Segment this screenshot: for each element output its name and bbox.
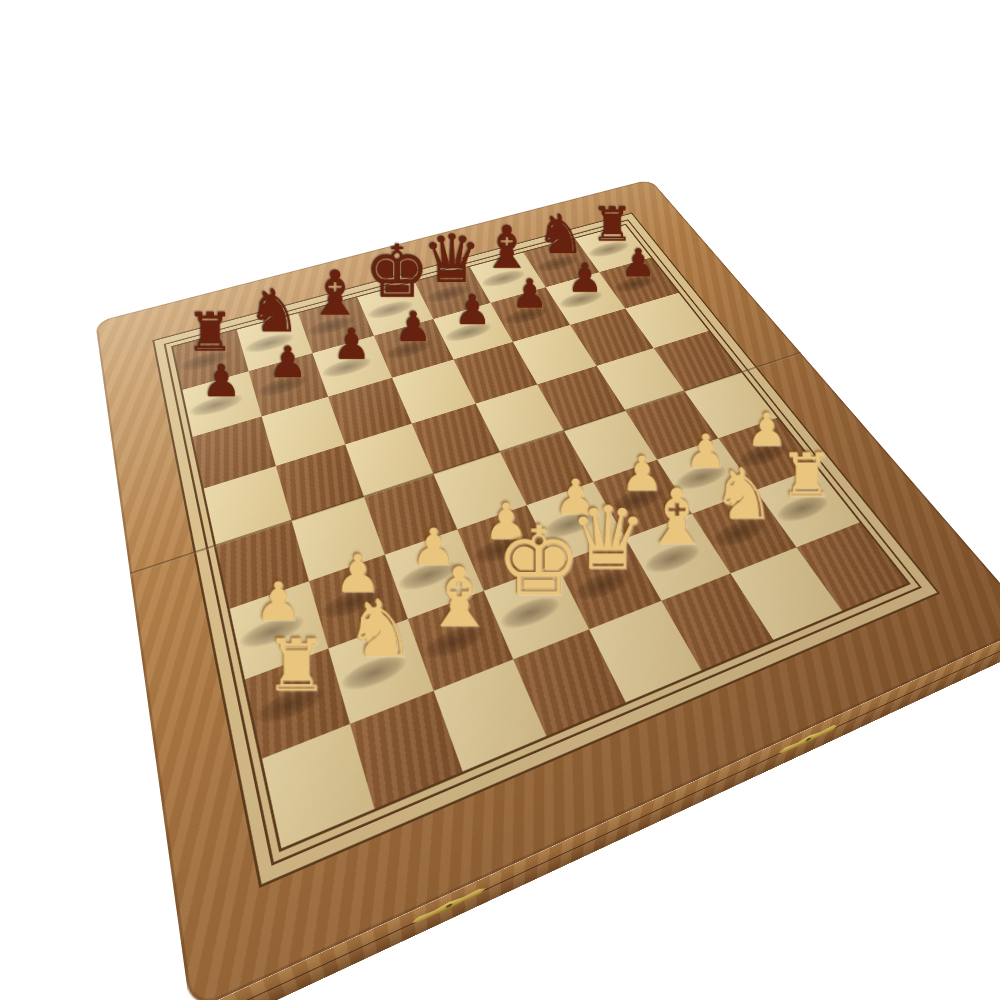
pawn-glyph: ♟ (382, 306, 445, 347)
king-glyph: ♚ (365, 235, 426, 308)
hinge-pin (446, 903, 453, 909)
knight-glyph: ♞ (706, 459, 781, 530)
pawn-glyph: ♟ (609, 244, 668, 283)
knight-glyph: ♞ (338, 590, 422, 670)
hinge-pin (805, 737, 811, 742)
bishop-glyph: ♝ (305, 263, 367, 325)
pawn-glyph: ♟ (255, 341, 321, 384)
scene: ♜♞♝♚♛♝♞♜♟♟♟♟♟♟♟♟♟♟♟♟♟♟♟♟♜♞♝♚♛♝♞♜ (0, 0, 1000, 1000)
knight-glyph: ♞ (243, 282, 306, 341)
piece-black-pawn-f7[interactable]: ♟ (501, 306, 557, 322)
queen-glyph: ♛ (422, 226, 481, 292)
rook-glyph: ♜ (770, 445, 844, 506)
chess-box: ♜♞♝♚♛♝♞♜♟♟♟♟♟♟♟♟♟♟♟♟♟♟♟♟♜♞♝♚♛♝♞♜ (95, 179, 1000, 1000)
pawn-glyph: ♟ (237, 575, 319, 629)
bishop-glyph: ♝ (478, 218, 536, 276)
bishop-glyph: ♝ (419, 557, 501, 639)
piece-white-rook-a2[interactable]: ♜ (253, 685, 339, 718)
pawn-glyph: ♟ (555, 258, 615, 297)
pieces-layer: ♜♞♝♚♛♝♞♜♟♟♟♟♟♟♟♟♟♟♟♟♟♟♟♟♜♞♝♚♛♝♞♜ (95, 179, 1000, 1000)
photo-canvas: ♜♞♝♚♛♝♞♜♟♟♟♟♟♟♟♟♟♟♟♟♟♟♟♟♜♞♝♚♛♝♞♜ (0, 0, 1000, 1000)
king-glyph: ♚ (495, 513, 575, 609)
pawn-glyph: ♟ (499, 274, 560, 314)
rook-glyph: ♜ (178, 306, 242, 359)
piece-white-knight-g2[interactable]: ♞ (711, 518, 776, 543)
bishop-glyph: ♝ (639, 479, 716, 556)
rook-glyph: ♜ (253, 630, 339, 702)
pawn-glyph: ♟ (442, 290, 504, 331)
pawn-glyph: ♟ (188, 359, 255, 403)
pawn-glyph: ♟ (320, 323, 384, 365)
piece-white-bishop-f2[interactable]: ♝ (643, 543, 711, 569)
piece-black-pawn-h7[interactable]: ♟ (612, 275, 664, 290)
